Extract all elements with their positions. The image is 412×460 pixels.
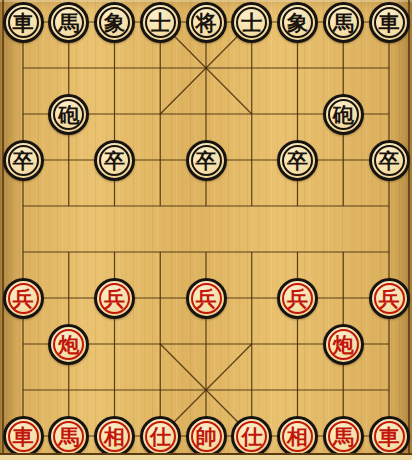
black-cannon-glyph: 砲 xyxy=(58,103,79,124)
red-elephant-glyph: 相 xyxy=(104,425,125,446)
black-soldier-glyph: 卒 xyxy=(104,149,125,170)
red-soldier-glyph: 兵 xyxy=(104,287,125,308)
black-soldier-glyph: 卒 xyxy=(13,149,34,170)
black-soldier-glyph: 卒 xyxy=(196,149,217,170)
black-soldier-glyph: 卒 xyxy=(287,149,308,170)
red-horse-glyph: 馬 xyxy=(333,425,354,446)
piece-red-soldier-f9r7[interactable]: 兵 xyxy=(369,278,410,319)
piece-black-elephant-f7r1[interactable]: 象 xyxy=(277,2,318,43)
piece-red-soldier-f7r7[interactable]: 兵 xyxy=(277,278,318,319)
black-cannon-glyph: 砲 xyxy=(333,103,354,124)
piece-red-chariot-f1r10[interactable]: 車 xyxy=(3,416,44,457)
piece-black-general-f5r1[interactable]: 将 xyxy=(186,2,227,43)
red-soldier-glyph: 兵 xyxy=(379,287,400,308)
pieces-layer: 車馬象士将士象馬車砲砲卒卒卒卒卒兵兵兵兵兵炮炮車馬相仕帥仕相馬車 xyxy=(0,0,412,460)
piece-black-horse-f8r1[interactable]: 馬 xyxy=(323,2,364,43)
black-general-glyph: 将 xyxy=(196,11,217,32)
piece-red-soldier-f1r7[interactable]: 兵 xyxy=(3,278,44,319)
piece-black-chariot-f1r1[interactable]: 車 xyxy=(3,2,44,43)
red-general-glyph: 帥 xyxy=(196,425,217,446)
red-horse-glyph: 馬 xyxy=(58,425,79,446)
black-chariot-glyph: 車 xyxy=(379,11,400,32)
red-advisor-glyph: 仕 xyxy=(150,425,171,446)
red-chariot-glyph: 車 xyxy=(13,425,34,446)
piece-black-advisor-f6r1[interactable]: 士 xyxy=(231,2,272,43)
board-bottom-edge xyxy=(0,453,412,460)
red-cannon-glyph: 炮 xyxy=(333,333,354,354)
black-elephant-glyph: 象 xyxy=(287,11,308,32)
piece-red-horse-f2r10[interactable]: 馬 xyxy=(48,416,89,457)
black-horse-glyph: 馬 xyxy=(58,11,79,32)
piece-red-horse-f8r10[interactable]: 馬 xyxy=(323,416,364,457)
piece-black-horse-f2r1[interactable]: 馬 xyxy=(48,2,89,43)
black-advisor-glyph: 士 xyxy=(150,11,171,32)
piece-black-advisor-f4r1[interactable]: 士 xyxy=(140,2,181,43)
black-chariot-glyph: 車 xyxy=(13,11,34,32)
black-soldier-glyph: 卒 xyxy=(379,149,400,170)
piece-black-chariot-f9r1[interactable]: 車 xyxy=(369,2,410,43)
red-advisor-glyph: 仕 xyxy=(241,425,262,446)
red-soldier-glyph: 兵 xyxy=(196,287,217,308)
red-cannon-glyph: 炮 xyxy=(58,333,79,354)
piece-red-cannon-f2r8[interactable]: 炮 xyxy=(48,324,89,365)
black-horse-glyph: 馬 xyxy=(333,11,354,32)
piece-black-soldier-f1r4[interactable]: 卒 xyxy=(3,140,44,181)
piece-red-elephant-f3r10[interactable]: 相 xyxy=(94,416,135,457)
piece-red-soldier-f3r7[interactable]: 兵 xyxy=(94,278,135,319)
piece-red-advisor-f4r10[interactable]: 仕 xyxy=(140,416,181,457)
piece-red-cannon-f8r8[interactable]: 炮 xyxy=(323,324,364,365)
piece-black-elephant-f3r1[interactable]: 象 xyxy=(94,2,135,43)
red-elephant-glyph: 相 xyxy=(287,425,308,446)
piece-red-soldier-f5r7[interactable]: 兵 xyxy=(186,278,227,319)
black-elephant-glyph: 象 xyxy=(104,11,125,32)
piece-red-elephant-f7r10[interactable]: 相 xyxy=(277,416,318,457)
piece-black-soldier-f7r4[interactable]: 卒 xyxy=(277,140,318,181)
red-chariot-glyph: 車 xyxy=(379,425,400,446)
black-advisor-glyph: 士 xyxy=(241,11,262,32)
xiangqi-board[interactable]: 車馬象士将士象馬車砲砲卒卒卒卒卒兵兵兵兵兵炮炮車馬相仕帥仕相馬車 xyxy=(0,0,412,460)
red-soldier-glyph: 兵 xyxy=(13,287,34,308)
red-soldier-glyph: 兵 xyxy=(287,287,308,308)
piece-black-cannon-f8r3[interactable]: 砲 xyxy=(323,94,364,135)
piece-black-soldier-f9r4[interactable]: 卒 xyxy=(369,140,410,181)
piece-black-soldier-f5r4[interactable]: 卒 xyxy=(186,140,227,181)
piece-black-soldier-f3r4[interactable]: 卒 xyxy=(94,140,135,181)
piece-red-chariot-f9r10[interactable]: 車 xyxy=(369,416,410,457)
piece-black-cannon-f2r3[interactable]: 砲 xyxy=(48,94,89,135)
piece-red-advisor-f6r10[interactable]: 仕 xyxy=(231,416,272,457)
piece-red-general-f5r10[interactable]: 帥 xyxy=(186,416,227,457)
